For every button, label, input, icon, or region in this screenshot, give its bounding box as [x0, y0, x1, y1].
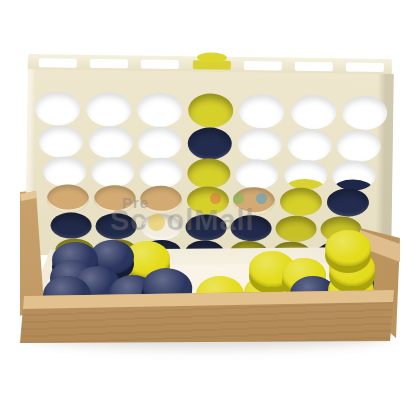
- cell-r5-c6: [275, 215, 316, 242]
- top-slot-2: [90, 59, 128, 69]
- cell-r1-c6: [290, 95, 335, 130]
- cell-r2-c5: [237, 128, 281, 161]
- cell-r5-c3: [140, 214, 181, 241]
- disc-face: [325, 230, 371, 266]
- cell-r2-c1: [39, 125, 83, 158]
- top-slot-5: [244, 61, 282, 71]
- cell-r1-c1: [35, 91, 80, 126]
- cell-r4-c7: [326, 188, 368, 217]
- cell-r3-c2: [91, 157, 134, 188]
- top-slot-7: [346, 62, 384, 72]
- cell-r5-c2: [95, 213, 136, 240]
- cell-r4-c1: [47, 184, 89, 213]
- cell-r2-c2: [88, 126, 132, 159]
- loose-disc-yellow-17: [325, 230, 371, 274]
- cell-r1-c2: [86, 92, 131, 127]
- cell-r1-c3: [137, 93, 182, 128]
- product-photo-connect-four: Pre ScolMall: [0, 0, 416, 416]
- cell-r2-c6: [287, 129, 331, 162]
- top-slot-1: [39, 58, 77, 68]
- top-slot-3: [141, 60, 179, 70]
- cell-r1-c7: [342, 95, 387, 130]
- cell-r3-c3: [139, 158, 182, 189]
- cell-r4-c2: [93, 185, 135, 214]
- cell-r3-c7: [332, 160, 375, 191]
- cell-r4-c4: [187, 186, 229, 215]
- cell-r5-c4: [185, 214, 226, 241]
- cell-r3-c6: [284, 160, 327, 191]
- cell-r5-c5: [230, 215, 271, 242]
- cell-r4-c6: [280, 188, 322, 217]
- cell-r3-c1: [43, 156, 86, 187]
- cell-r5-c1: [50, 212, 91, 239]
- game-render-layer: [0, 0, 416, 416]
- top-slot-6: [295, 62, 333, 72]
